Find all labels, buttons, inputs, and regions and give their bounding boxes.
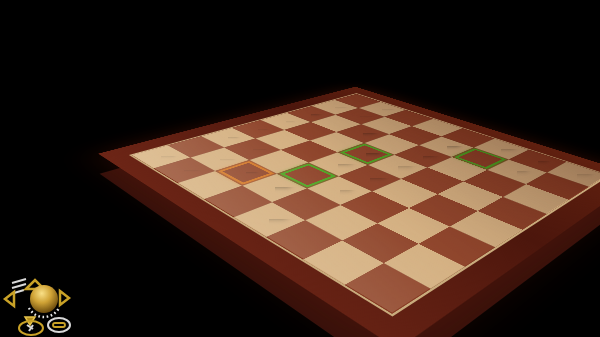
square-b7[interactable]: ♛ xyxy=(487,159,547,184)
board-squares[interactable]: ♜♝♚♛♝♜♟♟♟♟♟♝♟♟♞♟♟♚♟♜♞♟♟♛♝♜ xyxy=(132,94,600,314)
board-navigation-pad[interactable] xyxy=(0,267,88,337)
rotate-left-arrow-icon[interactable] xyxy=(5,292,14,306)
board-scene: ♜♝♚♛♝♜♟♟♟♟♟♝♟♟♞♟♟♚♟♜♞♟♟♛♝♜ xyxy=(0,0,600,337)
chess-3d-viewport: ♜♝♚♛♝♜♟♟♟♟♟♝♟♟♞♟♟♚♟♜♞♟♟♛♝♜ xyxy=(0,0,600,337)
rotate-right-arrow-icon[interactable] xyxy=(60,291,69,305)
piece-glyph: ♜ xyxy=(556,129,599,177)
piece-glyph: ♟ xyxy=(162,124,207,174)
piece-glyph: ♟ xyxy=(243,165,295,223)
piece-glyph: ♛ xyxy=(496,127,539,175)
trackball[interactable] xyxy=(29,285,59,317)
zoom-minus-icon[interactable] xyxy=(48,318,70,332)
square-h2[interactable]: ♟ xyxy=(154,158,216,184)
piece-glyph: ♚ xyxy=(316,142,363,195)
